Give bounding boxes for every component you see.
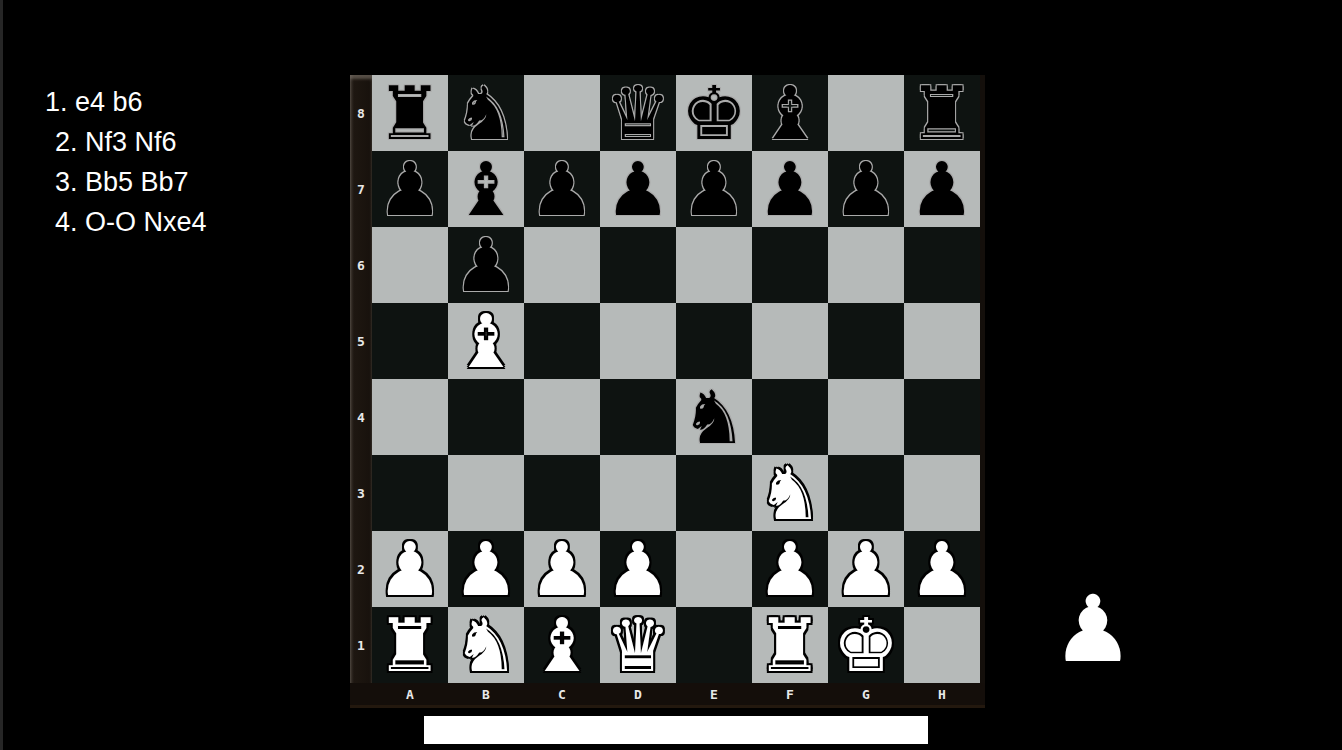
square-a4[interactable] [372,379,448,455]
black-pawn: ♟ [681,151,747,227]
square-g1[interactable]: ♚ [828,607,904,683]
square-g6[interactable] [828,227,904,303]
white-queen: ♛ [605,607,671,683]
square-d3[interactable] [600,455,676,531]
square-b6[interactable]: ♟ [448,227,524,303]
square-c2[interactable]: ♟ [524,531,600,607]
square-g4[interactable] [828,379,904,455]
square-h2[interactable]: ♟ [904,531,980,607]
square-d4[interactable] [600,379,676,455]
square-a2[interactable]: ♟ [372,531,448,607]
square-c3[interactable] [524,455,600,531]
white-pawn: ♟ [833,531,899,607]
rank-label-8: 8 [350,75,372,151]
rank-labels: 87654321 [350,75,372,683]
square-b4[interactable] [448,379,524,455]
white-king: ♚ [833,607,899,683]
rank-label-7: 7 [350,151,372,227]
move-list-line-1: 1. e4 b6 [45,82,207,122]
white-rook: ♜ [377,607,443,683]
white-pawn: ♟ [377,531,443,607]
black-pawn: ♟ [757,151,823,227]
white-pawn: ♟ [757,531,823,607]
black-bishop: ♝ [757,75,823,151]
square-c7[interactable]: ♟ [524,151,600,227]
file-label-a: A [372,687,448,702]
square-b8[interactable]: ♞ [448,75,524,151]
black-pawn: ♟ [605,151,671,227]
square-f3[interactable]: ♞ [752,455,828,531]
square-e7[interactable]: ♟ [676,151,752,227]
black-rook: ♜ [909,75,975,151]
square-f7[interactable]: ♟ [752,151,828,227]
square-e4[interactable]: ♞ [676,379,752,455]
rank-label-1: 1 [350,607,372,683]
square-e3[interactable] [676,455,752,531]
file-label-h: H [904,687,980,702]
board-grid: ♜♞♛♚♝♜♟♝♟♟♟♟♟♟♟♝♞♞♟♟♟♟♟♟♟♜♞♝♛♜♚ [372,75,980,683]
captured-white-pawn: ♟ [1052,585,1134,675]
white-rook: ♜ [757,607,823,683]
black-bishop: ♝ [453,151,519,227]
square-h5[interactable] [904,303,980,379]
screen-left-edge [0,0,3,750]
white-knight: ♞ [757,455,823,531]
square-f1[interactable]: ♜ [752,607,828,683]
file-label-e: E [676,687,752,702]
chess-board: 87654321 ♜♞♛♚♝♜♟♝♟♟♟♟♟♟♟♝♞♞♟♟♟♟♟♟♟♜♞♝♛♜♚… [350,75,985,705]
move-input-bar[interactable] [424,716,928,744]
square-d1[interactable]: ♛ [600,607,676,683]
square-g8[interactable] [828,75,904,151]
square-d7[interactable]: ♟ [600,151,676,227]
square-b7[interactable]: ♝ [448,151,524,227]
square-h8[interactable]: ♜ [904,75,980,151]
file-label-g: G [828,687,904,702]
file-label-c: C [524,687,600,702]
black-knight: ♞ [681,379,747,455]
square-a6[interactable] [372,227,448,303]
white-knight: ♞ [453,607,519,683]
square-d8[interactable]: ♛ [600,75,676,151]
square-a8[interactable]: ♜ [372,75,448,151]
file-label-f: F [752,687,828,702]
square-f4[interactable] [752,379,828,455]
square-c5[interactable] [524,303,600,379]
black-pawn: ♟ [833,151,899,227]
square-f6[interactable] [752,227,828,303]
square-d5[interactable] [600,303,676,379]
square-h1[interactable] [904,607,980,683]
square-a5[interactable] [372,303,448,379]
square-g7[interactable]: ♟ [828,151,904,227]
black-pawn: ♟ [377,151,443,227]
white-pawn: ♟ [453,531,519,607]
square-f8[interactable]: ♝ [752,75,828,151]
black-queen: ♛ [605,75,671,151]
rank-label-2: 2 [350,531,372,607]
white-bishop: ♝ [453,303,519,379]
file-labels: ABCDEFGH [350,683,985,705]
square-e6[interactable] [676,227,752,303]
black-knight: ♞ [453,75,519,151]
file-label-d: D [600,687,676,702]
square-e8[interactable]: ♚ [676,75,752,151]
square-b3[interactable] [448,455,524,531]
rank-label-4: 4 [350,379,372,455]
white-bishop: ♝ [529,607,595,683]
square-f2[interactable]: ♟ [752,531,828,607]
square-f5[interactable] [752,303,828,379]
move-list: 1. e4 b6 2. Nf3 Nf6 3. Bb5 Bb7 4. O-O Nx… [45,82,207,242]
square-d2[interactable]: ♟ [600,531,676,607]
file-label-b: B [448,687,524,702]
square-e2[interactable] [676,531,752,607]
square-h6[interactable] [904,227,980,303]
white-pawn: ♟ [605,531,671,607]
board-right-edge [980,75,985,683]
black-pawn: ♟ [453,227,519,303]
square-c1[interactable]: ♝ [524,607,600,683]
square-c8[interactable] [524,75,600,151]
move-list-line-4: 4. O-O Nxe4 [45,202,207,242]
black-rook: ♜ [377,75,443,151]
square-h3[interactable] [904,455,980,531]
rank-label-6: 6 [350,227,372,303]
move-list-line-3: 3. Bb5 Bb7 [45,162,207,202]
square-a1[interactable]: ♜ [372,607,448,683]
black-pawn: ♟ [909,151,975,227]
square-b5[interactable]: ♝ [448,303,524,379]
square-g5[interactable] [828,303,904,379]
black-pawn: ♟ [529,151,595,227]
square-h4[interactable] [904,379,980,455]
square-h7[interactable]: ♟ [904,151,980,227]
square-d6[interactable] [600,227,676,303]
white-pawn: ♟ [909,531,975,607]
square-e5[interactable] [676,303,752,379]
captured-pieces-tray: ♟ [1058,585,1128,675]
rank-label-3: 3 [350,455,372,531]
square-b2[interactable]: ♟ [448,531,524,607]
square-b1[interactable]: ♞ [448,607,524,683]
white-pawn: ♟ [529,531,595,607]
screen: 1. e4 b6 2. Nf3 Nf6 3. Bb5 Bb7 4. O-O Nx… [0,0,1342,750]
square-c4[interactable] [524,379,600,455]
square-g3[interactable] [828,455,904,531]
square-e1[interactable] [676,607,752,683]
move-list-line-2: 2. Nf3 Nf6 [45,122,207,162]
black-king: ♚ [681,75,747,151]
square-a7[interactable]: ♟ [372,151,448,227]
rank-label-5: 5 [350,303,372,379]
square-c6[interactable] [524,227,600,303]
square-g2[interactable]: ♟ [828,531,904,607]
square-a3[interactable] [372,455,448,531]
